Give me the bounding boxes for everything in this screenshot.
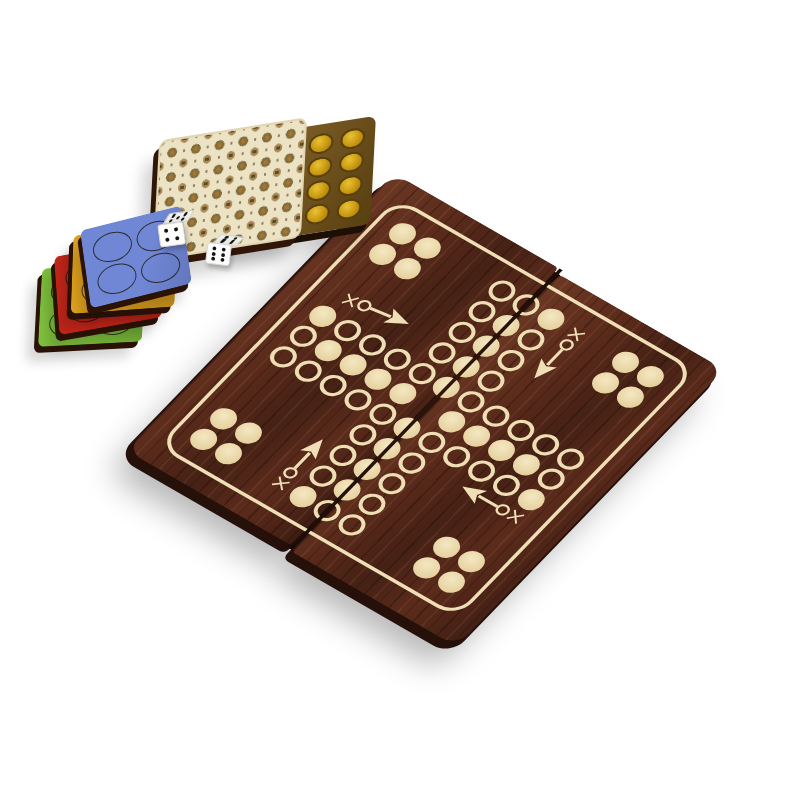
token-disc [305, 178, 331, 202]
die-pip [211, 257, 215, 261]
die-pip [174, 227, 179, 232]
white-die-2 [205, 233, 234, 267]
die-pip [221, 253, 225, 257]
die-pip [220, 258, 224, 262]
die-face-front-6 [205, 242, 232, 266]
die-pip [175, 236, 180, 241]
die-pip [165, 238, 170, 243]
token-disc [339, 126, 365, 150]
token-disc [307, 155, 333, 179]
tile-circle [139, 248, 182, 287]
tile-circle [95, 259, 138, 298]
die-pip [212, 251, 216, 255]
die-pip [180, 217, 186, 221]
die-pip [164, 228, 169, 233]
token-disc [308, 131, 334, 155]
token-disc [337, 173, 363, 197]
die-pip [213, 246, 217, 250]
tile-circle [90, 227, 133, 266]
token-disc [338, 150, 364, 174]
white-die-1 [156, 211, 187, 247]
token-disc [336, 197, 362, 221]
die-pip [222, 247, 226, 251]
product-photo-scene [0, 0, 800, 800]
die-pip [183, 212, 189, 216]
die-face-front-4 [157, 221, 186, 247]
token-disc [304, 202, 330, 226]
